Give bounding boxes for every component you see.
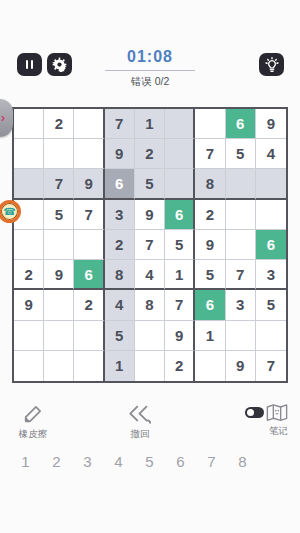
cell-r9c5[interactable]	[135, 351, 165, 381]
palette-number-6[interactable]: 6	[165, 453, 196, 470]
cell-r8c7[interactable]: 1	[195, 321, 225, 351]
cell-r2c2[interactable]	[44, 139, 74, 169]
cell-r2c1[interactable]	[14, 139, 44, 169]
cell-r3c3[interactable]: 9	[74, 169, 104, 199]
cell-r6c1[interactable]: 2	[14, 260, 44, 290]
cell-r4c6[interactable]: 6	[165, 200, 195, 230]
cell-r7c4[interactable]: 4	[105, 290, 135, 320]
cell-r9c8[interactable]: 9	[226, 351, 256, 381]
pause-icon	[26, 60, 34, 69]
cell-r1c6[interactable]	[165, 109, 195, 139]
palette-number-5[interactable]: 5	[134, 453, 165, 470]
cell-r9c4[interactable]: 1	[105, 351, 135, 381]
eraser-label: 橡皮擦	[19, 428, 48, 441]
cell-r8c4[interactable]: 5	[105, 321, 135, 351]
timer-divider	[105, 70, 195, 71]
cell-r6c3[interactable]: 6	[74, 260, 104, 290]
cell-r2c4[interactable]: 9	[105, 139, 135, 169]
cell-r3c7[interactable]: 8	[195, 169, 225, 199]
cell-r1c3[interactable]	[74, 109, 104, 139]
cell-r2c3[interactable]	[74, 139, 104, 169]
palette-number-3[interactable]: 3	[72, 453, 103, 470]
cell-r1c5[interactable]: 1	[135, 109, 165, 139]
cell-r1c7[interactable]	[195, 109, 225, 139]
cell-r5c1[interactable]	[14, 230, 44, 260]
cell-r3c8[interactable]	[226, 169, 256, 199]
cell-r7c6[interactable]: 7	[165, 290, 195, 320]
cell-r1c4[interactable]: 7	[105, 109, 135, 139]
cell-r1c8[interactable]: 6	[226, 109, 256, 139]
cell-r1c9[interactable]: 9	[256, 109, 286, 139]
cell-r1c1[interactable]	[14, 109, 44, 139]
cell-r5c5[interactable]: 7	[135, 230, 165, 260]
cell-r8c6[interactable]: 9	[165, 321, 195, 351]
notes-button[interactable]: 笔记	[232, 403, 288, 438]
cell-r6c4[interactable]: 8	[105, 260, 135, 290]
sudoku-board: 2716992754796585739622759629684157392487…	[12, 107, 288, 383]
timer: 01:08	[100, 48, 200, 66]
cell-r9c7[interactable]	[195, 351, 225, 381]
cell-r3c5[interactable]: 5	[135, 169, 165, 199]
cell-r4c2[interactable]: 5	[44, 200, 74, 230]
cell-r8c1[interactable]	[14, 321, 44, 351]
undo-icon	[128, 403, 152, 425]
cell-r5c3[interactable]	[74, 230, 104, 260]
cell-r4c7[interactable]: 2	[195, 200, 225, 230]
palette-number-4[interactable]: 4	[103, 453, 134, 470]
cell-r6c8[interactable]: 7	[226, 260, 256, 290]
cell-r8c9[interactable]	[256, 321, 286, 351]
sudoku-app-screen: 01:08 错误 0/2 › ☎ 27169927547965857396227…	[0, 0, 300, 533]
cell-r8c2[interactable]	[44, 321, 74, 351]
eraser-pencil-icon	[22, 403, 44, 425]
notes-label: 笔记	[269, 425, 288, 438]
notes-toggle[interactable]	[245, 407, 264, 418]
palette-number-2[interactable]: 2	[41, 453, 72, 470]
cell-r2c8[interactable]: 5	[226, 139, 256, 169]
cell-r4c4[interactable]: 3	[105, 200, 135, 230]
cell-r3c2[interactable]: 7	[44, 169, 74, 199]
cell-r4c3[interactable]: 7	[74, 200, 104, 230]
palette-number-8[interactable]: 8	[227, 453, 258, 470]
cell-r2c6[interactable]	[165, 139, 195, 169]
bulb-icon	[264, 57, 280, 73]
cell-r5c7[interactable]: 9	[195, 230, 225, 260]
cell-r8c3[interactable]	[74, 321, 104, 351]
cell-r5c2[interactable]	[44, 230, 74, 260]
settings-button[interactable]	[47, 53, 72, 76]
undo-label: 撤回	[131, 428, 150, 441]
cell-r5c4[interactable]: 2	[105, 230, 135, 260]
cell-r5c8[interactable]	[226, 230, 256, 260]
hint-button[interactable]	[259, 53, 284, 76]
cell-r4c9[interactable]	[256, 200, 286, 230]
notebook-icon	[266, 403, 288, 422]
cell-r3c1[interactable]	[14, 169, 44, 199]
palette-number-1[interactable]: 1	[10, 453, 41, 470]
cell-r2c9[interactable]: 4	[256, 139, 286, 169]
cell-r4c8[interactable]	[226, 200, 256, 230]
cell-r6c9[interactable]: 3	[256, 260, 286, 290]
cell-r9c9[interactable]: 7	[256, 351, 286, 381]
cell-r6c5[interactable]: 4	[135, 260, 165, 290]
cell-r4c5[interactable]: 9	[135, 200, 165, 230]
cell-r1c2[interactable]: 2	[44, 109, 74, 139]
cell-r5c9[interactable]: 6	[256, 230, 286, 260]
cell-r6c2[interactable]: 9	[44, 260, 74, 290]
cell-r9c3[interactable]	[74, 351, 104, 381]
error-counter: 错误 0/2	[100, 75, 200, 89]
palette-number-7[interactable]: 7	[196, 453, 227, 470]
phone-icon: ☎	[3, 207, 15, 217]
cell-r3c9[interactable]	[256, 169, 286, 199]
cell-r7c9[interactable]: 5	[256, 290, 286, 320]
cell-r7c1[interactable]: 9	[14, 290, 44, 320]
cell-r7c2[interactable]	[44, 290, 74, 320]
cell-r3c4[interactable]: 6	[105, 169, 135, 199]
cell-r5c6[interactable]: 5	[165, 230, 195, 260]
toggle-knob-icon	[247, 409, 254, 416]
gear-icon	[52, 57, 67, 72]
cell-r2c7[interactable]: 7	[195, 139, 225, 169]
undo-button[interactable]: 撤回	[117, 403, 163, 441]
cell-r8c5[interactable]	[135, 321, 165, 351]
cell-r9c1[interactable]	[14, 351, 44, 381]
cell-r9c2[interactable]	[44, 351, 74, 381]
cell-r2c5[interactable]: 2	[135, 139, 165, 169]
chevron-right-icon: ›	[1, 112, 5, 124]
cell-r7c7[interactable]: 6	[195, 290, 225, 320]
eraser-button[interactable]: 橡皮擦	[10, 403, 56, 441]
cell-r7c5[interactable]: 8	[135, 290, 165, 320]
cell-r9c6[interactable]: 2	[165, 351, 195, 381]
cell-r6c6[interactable]: 1	[165, 260, 195, 290]
pause-button[interactable]	[17, 53, 42, 76]
number-palette: 12345678	[10, 453, 258, 470]
cell-r7c8[interactable]: 3	[226, 290, 256, 320]
cell-r8c8[interactable]	[226, 321, 256, 351]
cell-r3c6[interactable]	[165, 169, 195, 199]
cell-r6c7[interactable]: 5	[195, 260, 225, 290]
cell-r7c3[interactable]: 2	[74, 290, 104, 320]
